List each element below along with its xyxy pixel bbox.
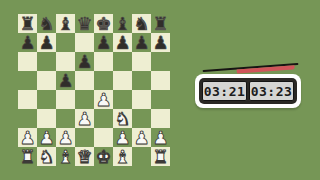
square-e7[interactable]: ♟ xyxy=(94,33,113,52)
square-d5[interactable] xyxy=(75,71,94,90)
piece-black-pawn[interactable]: ♟ xyxy=(37,33,56,52)
square-h6[interactable] xyxy=(151,52,170,71)
square-d6[interactable]: ♟ xyxy=(75,52,94,71)
square-f4[interactable] xyxy=(113,90,132,109)
piece-black-pawn[interactable]: ♟ xyxy=(94,33,113,52)
square-b1[interactable]: ♞ xyxy=(37,147,56,166)
piece-white-pawn[interactable]: ♟ xyxy=(94,90,113,109)
square-c1[interactable]: ♝ xyxy=(56,147,75,166)
square-h1[interactable]: ♜ xyxy=(151,147,170,166)
square-g7[interactable]: ♟ xyxy=(132,33,151,52)
square-b3[interactable] xyxy=(37,109,56,128)
piece-black-pawn[interactable]: ♟ xyxy=(18,33,37,52)
square-b5[interactable] xyxy=(37,71,56,90)
square-e2[interactable] xyxy=(94,128,113,147)
square-g5[interactable] xyxy=(132,71,151,90)
square-a2[interactable]: ♟ xyxy=(18,128,37,147)
square-b2[interactable]: ♟ xyxy=(37,128,56,147)
piece-black-pawn[interactable]: ♟ xyxy=(151,33,170,52)
square-d7[interactable] xyxy=(75,33,94,52)
square-a3[interactable] xyxy=(18,109,37,128)
square-h3[interactable] xyxy=(151,109,170,128)
square-e4[interactable]: ♟ xyxy=(94,90,113,109)
piece-white-rook[interactable]: ♜ xyxy=(151,147,170,166)
piece-black-king[interactable]: ♚ xyxy=(94,14,113,33)
square-h5[interactable] xyxy=(151,71,170,90)
screenshot-root: ♜♞♝♛♚♝♞♜♟♟♟♟♟♟♟♟♟♟♞♟♟♟♟♟♟♜♞♝♛♚♝♜ 03:21 0… xyxy=(0,0,320,180)
piece-white-pawn[interactable]: ♟ xyxy=(56,128,75,147)
square-a5[interactable] xyxy=(18,71,37,90)
square-c5[interactable]: ♟ xyxy=(56,71,75,90)
piece-black-pawn[interactable]: ♟ xyxy=(132,33,151,52)
piece-black-queen[interactable]: ♛ xyxy=(75,14,94,33)
square-e8[interactable]: ♚ xyxy=(94,14,113,33)
square-a7[interactable]: ♟ xyxy=(18,33,37,52)
square-b8[interactable]: ♞ xyxy=(37,14,56,33)
square-h2[interactable]: ♟ xyxy=(151,128,170,147)
square-a4[interactable] xyxy=(18,90,37,109)
square-d2[interactable] xyxy=(75,128,94,147)
square-d4[interactable] xyxy=(75,90,94,109)
piece-black-knight[interactable]: ♞ xyxy=(37,14,56,33)
clock-right-display: 03:23 xyxy=(249,81,294,101)
piece-black-bishop[interactable]: ♝ xyxy=(56,14,75,33)
square-c3[interactable] xyxy=(56,109,75,128)
square-h7[interactable]: ♟ xyxy=(151,33,170,52)
piece-white-queen[interactable]: ♛ xyxy=(75,147,94,166)
square-g6[interactable] xyxy=(132,52,151,71)
square-f1[interactable]: ♝ xyxy=(113,147,132,166)
square-c6[interactable] xyxy=(56,52,75,71)
square-d8[interactable]: ♛ xyxy=(75,14,94,33)
square-f5[interactable] xyxy=(113,71,132,90)
piece-white-pawn[interactable]: ♟ xyxy=(151,128,170,147)
piece-white-king[interactable]: ♚ xyxy=(94,147,113,166)
square-g1[interactable] xyxy=(132,147,151,166)
square-c4[interactable] xyxy=(56,90,75,109)
square-e1[interactable]: ♚ xyxy=(94,147,113,166)
square-f3[interactable]: ♞ xyxy=(113,109,132,128)
piece-white-knight[interactable]: ♞ xyxy=(37,147,56,166)
square-b4[interactable] xyxy=(37,90,56,109)
square-d3[interactable]: ♟ xyxy=(75,109,94,128)
piece-black-pawn[interactable]: ♟ xyxy=(113,33,132,52)
square-g4[interactable] xyxy=(132,90,151,109)
square-b6[interactable] xyxy=(37,52,56,71)
clock-frame: 03:21 03:23 xyxy=(199,78,297,104)
square-a6[interactable] xyxy=(18,52,37,71)
square-a1[interactable]: ♜ xyxy=(18,147,37,166)
piece-black-knight[interactable]: ♞ xyxy=(132,14,151,33)
square-h8[interactable]: ♜ xyxy=(151,14,170,33)
square-f7[interactable]: ♟ xyxy=(113,33,132,52)
piece-black-rook[interactable]: ♜ xyxy=(18,14,37,33)
square-e6[interactable] xyxy=(94,52,113,71)
square-h4[interactable] xyxy=(151,90,170,109)
square-g3[interactable] xyxy=(132,109,151,128)
chess-board[interactable]: ♜♞♝♛♚♝♞♜♟♟♟♟♟♟♟♟♟♟♞♟♟♟♟♟♟♜♞♝♛♚♝♜ xyxy=(18,14,170,166)
piece-black-pawn[interactable]: ♟ xyxy=(56,71,75,90)
square-e5[interactable] xyxy=(94,71,113,90)
piece-white-knight[interactable]: ♞ xyxy=(113,109,132,128)
piece-white-pawn[interactable]: ♟ xyxy=(113,128,132,147)
square-c8[interactable]: ♝ xyxy=(56,14,75,33)
piece-white-pawn[interactable]: ♟ xyxy=(37,128,56,147)
square-g2[interactable]: ♟ xyxy=(132,128,151,147)
piece-white-bishop[interactable]: ♝ xyxy=(113,147,132,166)
piece-white-pawn[interactable]: ♟ xyxy=(132,128,151,147)
square-c2[interactable]: ♟ xyxy=(56,128,75,147)
square-f8[interactable]: ♝ xyxy=(113,14,132,33)
piece-black-rook[interactable]: ♜ xyxy=(151,14,170,33)
square-e3[interactable] xyxy=(94,109,113,128)
chess-clock: 03:21 03:23 xyxy=(195,58,305,112)
square-b7[interactable]: ♟ xyxy=(37,33,56,52)
square-g8[interactable]: ♞ xyxy=(132,14,151,33)
square-f2[interactable]: ♟ xyxy=(113,128,132,147)
square-d1[interactable]: ♛ xyxy=(75,147,94,166)
piece-white-bishop[interactable]: ♝ xyxy=(56,147,75,166)
square-c7[interactable] xyxy=(56,33,75,52)
clock-left-display: 03:21 xyxy=(202,81,247,101)
piece-black-bishop[interactable]: ♝ xyxy=(113,14,132,33)
piece-white-pawn[interactable]: ♟ xyxy=(18,128,37,147)
clock-body: 03:21 03:23 xyxy=(195,74,301,108)
square-f6[interactable] xyxy=(113,52,132,71)
piece-black-pawn[interactable]: ♟ xyxy=(75,52,94,71)
piece-white-rook[interactable]: ♜ xyxy=(18,147,37,166)
square-a8[interactable]: ♜ xyxy=(18,14,37,33)
piece-white-pawn[interactable]: ♟ xyxy=(75,109,94,128)
